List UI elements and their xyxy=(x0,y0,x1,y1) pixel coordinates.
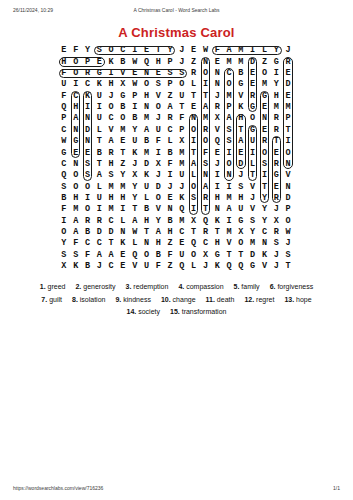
grid-cell-r17c19: R xyxy=(270,227,282,238)
grid-cell-r3c18: O xyxy=(259,68,271,79)
grid-cell-r16c14: K xyxy=(211,215,223,226)
grid-cell-r8c17: G xyxy=(247,124,259,135)
grid-cell-r15c2: M xyxy=(70,204,82,215)
grid-cell-r12c9: J xyxy=(152,170,164,181)
grid-cell-r12c1: Q xyxy=(58,170,70,181)
grid-cell-r8c8: A xyxy=(141,124,153,135)
grid-cell-r9c9: F xyxy=(152,136,164,147)
grid-cell-r1c8: E xyxy=(141,45,153,56)
grid-cell-r12c6: Y xyxy=(117,170,129,181)
grid-cell-r16c9: Y xyxy=(152,215,164,226)
grid-cell-r16c6: L xyxy=(117,215,129,226)
grid-cell-r8c9: U xyxy=(152,124,164,135)
grid-cell-r2c16: M xyxy=(235,56,247,67)
grid-cell-r13c17: V xyxy=(247,181,259,192)
grid-cell-r10c1: G xyxy=(58,147,70,158)
grid-cell-r6c15: P xyxy=(223,102,235,113)
grid-cell-r3c10: S xyxy=(164,68,176,79)
grid-cell-r1c5: O xyxy=(105,45,117,56)
grid-cell-r5c18: G xyxy=(259,90,271,101)
grid-cell-r1c13: W xyxy=(200,45,212,56)
grid-cell-r1c17: I xyxy=(247,45,259,56)
grid-cell-r8c3: D xyxy=(82,124,94,135)
grid-cell-r8c11: P xyxy=(176,124,188,135)
grid-cell-r9c19: T xyxy=(270,136,282,147)
grid-cell-r9c12: I xyxy=(188,136,200,147)
word-list-label: change xyxy=(173,296,196,303)
word-list-item-regret: 12. regret xyxy=(244,296,274,303)
grid-cell-r1c9: T xyxy=(152,45,164,56)
grid-cell-r5c11: U xyxy=(176,90,188,101)
grid-cell-r11c8: D xyxy=(141,158,153,169)
grid-cell-r11c14: J xyxy=(211,158,223,169)
word-list-item-redemption: 3. redemption xyxy=(126,283,169,290)
puzzle-title: A Christmas Carol xyxy=(0,25,353,40)
grid-cell-r13c6: M xyxy=(117,181,129,192)
grid-cell-r11c2: N xyxy=(70,158,82,169)
grid-cell-r4c19: Y xyxy=(270,79,282,90)
grid-cell-r15c17: V xyxy=(247,204,259,215)
grid-cell-r5c20: E xyxy=(282,90,294,101)
grid-cell-r7c20: P xyxy=(282,113,294,124)
grid-cell-r18c15: V xyxy=(223,238,235,249)
grid-cell-r13c14: I xyxy=(211,181,223,192)
grid-cell-r13c15: I xyxy=(223,181,235,192)
footer-page-number: 1/1 xyxy=(333,485,340,491)
grid-cell-r12c3: S xyxy=(82,170,94,181)
grid-cell-r1c7: I xyxy=(129,45,141,56)
grid-cell-r14c6: H xyxy=(117,192,129,203)
grid-cell-r11c18: S xyxy=(259,158,271,169)
grid-cell-r4c9: S xyxy=(152,79,164,90)
word-list-line: 7. guilt8. isolation9. kindness10. chang… xyxy=(0,296,353,303)
grid-cell-r18c17: M xyxy=(247,238,259,249)
grid-cell-r9c2: G xyxy=(70,136,82,147)
grid-cell-r13c7: Y xyxy=(129,181,141,192)
grid-cell-r3c11: S xyxy=(176,68,188,79)
grid-cell-r1c4: S xyxy=(93,45,105,56)
grid-cell-r16c19: X xyxy=(270,215,282,226)
grid-cell-r13c3: O xyxy=(82,181,94,192)
grid-cell-r2c11: J xyxy=(176,56,188,67)
grid-cell-r7c14: X xyxy=(211,113,223,124)
grid-cell-r17c13: R xyxy=(200,227,212,238)
word-list-number: 1. xyxy=(40,283,48,290)
grid-cell-r16c1: I xyxy=(58,215,70,226)
word-list-label: generosity xyxy=(83,283,115,290)
grid-cell-r9c15: S xyxy=(223,136,235,147)
grid-cell-r1c6: C xyxy=(117,45,129,56)
grid-cell-r1c11: J xyxy=(176,45,188,56)
grid-cell-r1c14: F xyxy=(211,45,223,56)
word-list-number: 7. xyxy=(41,296,49,303)
grid-cell-r2c15: M xyxy=(223,56,235,67)
grid-cell-r18c4: C xyxy=(93,238,105,249)
grid-cell-r7c8: M xyxy=(141,113,153,124)
grid-cell-r5c16: V xyxy=(235,90,247,101)
grid-cell-r12c13: N xyxy=(200,170,212,181)
grid-cell-r7c13: M xyxy=(200,113,212,124)
grid-cell-r7c11: F xyxy=(176,113,188,124)
grid-cell-r18c20: J xyxy=(282,238,294,249)
grid-cell-r20c2: K xyxy=(70,261,82,272)
grid-cell-r14c3: I xyxy=(82,192,94,203)
grid-cell-r5c2: C xyxy=(70,90,82,101)
grid-cell-r19c10: F xyxy=(164,249,176,260)
grid-cell-r14c14: H xyxy=(211,192,223,203)
grid-cell-r20c18: V xyxy=(259,261,271,272)
grid-cell-r8c16: T xyxy=(235,124,247,135)
grid-cell-r5c1: F xyxy=(58,90,70,101)
grid-cell-r7c2: A xyxy=(70,113,82,124)
grid-cell-r19c5: A xyxy=(105,249,117,260)
grid-cell-r10c7: K xyxy=(129,147,141,158)
grid-cell-r7c4: U xyxy=(93,113,105,124)
grid-cell-r6c11: T xyxy=(176,102,188,113)
grid-cell-r10c16: E xyxy=(235,147,247,158)
grid-cell-r12c8: K xyxy=(141,170,153,181)
grid-cell-r4c3: C xyxy=(82,79,94,90)
grid-cell-r16c2: A xyxy=(70,215,82,226)
grid-cell-r1c19: Y xyxy=(270,45,282,56)
grid-cell-r9c14: Q xyxy=(211,136,223,147)
grid-cell-r8c12: O xyxy=(188,124,200,135)
grid-cell-r15c7: T xyxy=(129,204,141,215)
grid-cell-r6c12: E xyxy=(188,102,200,113)
grid-cell-r18c1: Y xyxy=(58,238,70,249)
grid-cell-r5c5: J xyxy=(105,90,117,101)
grid-cell-r20c8: U xyxy=(141,261,153,272)
grid-cell-r1c12: E xyxy=(188,45,200,56)
grid-cell-r12c17: T xyxy=(247,170,259,181)
grid-cell-r7c3: N xyxy=(82,113,94,124)
grid-cell-r3c13: O xyxy=(200,68,212,79)
grid-cell-r17c7: W xyxy=(129,227,141,238)
grid-cell-r15c8: B xyxy=(141,204,153,215)
grid-cell-r17c17: Y xyxy=(247,227,259,238)
grid-cell-r15c9: V xyxy=(152,204,164,215)
grid-cell-r16c7: A xyxy=(129,215,141,226)
grid-cell-r3c4: G xyxy=(93,68,105,79)
grid-cell-r10c17: I xyxy=(247,147,259,158)
word-list-label: forgiveness xyxy=(277,283,313,290)
word-list-number: 13. xyxy=(284,296,296,303)
grid-cell-r12c10: I xyxy=(164,170,176,181)
grid-cell-r18c3: C xyxy=(82,238,94,249)
grid-cell-r17c4: D xyxy=(93,227,105,238)
grid-cell-r6c18: E xyxy=(259,102,271,113)
grid-cell-r1c20: J xyxy=(282,45,294,56)
grid-cell-r17c14: T xyxy=(211,227,223,238)
grid-cell-r20c12: L xyxy=(188,261,200,272)
word-list-label: family xyxy=(241,283,259,290)
grid-cell-r11c15: O xyxy=(223,158,235,169)
grid-cell-r13c13: A xyxy=(200,181,212,192)
grid-cell-r9c1: W xyxy=(58,136,70,147)
grid-cell-r19c1: S xyxy=(58,249,70,260)
grid-cell-r10c10: B xyxy=(164,147,176,158)
grid-cell-r11c1: C xyxy=(58,158,70,169)
grid-cell-r17c1: O xyxy=(58,227,70,238)
grid-cell-r16c8: H xyxy=(141,215,153,226)
grid-cell-r7c18: N xyxy=(259,113,271,124)
letter-grid: EFYSOCIETYJEWFAMILYJHOPEKBWQHPJZNEMMDZGR… xyxy=(58,45,295,272)
grid-cell-r16c17: S xyxy=(247,215,259,226)
grid-cell-r8c10: C xyxy=(164,124,176,135)
grid-cell-r6c19: M xyxy=(270,102,282,113)
grid-cell-r10c20: O xyxy=(282,147,294,158)
grid-cell-r4c16: G xyxy=(235,79,247,90)
grid-cell-r7c6: O xyxy=(117,113,129,124)
grid-cell-r8c7: Y xyxy=(129,124,141,135)
grid-cell-r13c8: U xyxy=(141,181,153,192)
word-list-label: society xyxy=(138,308,160,315)
grid-cell-r2c5: K xyxy=(105,56,117,67)
header-document-title: A Christmas Carol - Word Search Labs xyxy=(0,7,353,13)
grid-cell-r20c4: J xyxy=(93,261,105,272)
grid-cell-r3c7: E xyxy=(129,68,141,79)
word-list-item-greed: 1. greed xyxy=(40,283,66,290)
grid-cell-r17c6: N xyxy=(117,227,129,238)
grid-cell-r18c10: Z xyxy=(164,238,176,249)
grid-cell-r10c4: B xyxy=(93,147,105,158)
grid-cell-r3c9: E xyxy=(152,68,164,79)
grid-cell-r2c7: W xyxy=(129,56,141,67)
grid-cell-r16c20: O xyxy=(282,215,294,226)
grid-cell-r18c2: F xyxy=(70,238,82,249)
grid-cell-r11c7: J xyxy=(129,158,141,169)
grid-cell-r6c13: A xyxy=(200,102,212,113)
grid-cell-r7c7: B xyxy=(129,113,141,124)
grid-cell-r2c6: B xyxy=(117,56,129,67)
grid-cell-r15c6: I xyxy=(117,204,129,215)
grid-cell-r2c19: G xyxy=(270,56,282,67)
grid-cell-r17c5: D xyxy=(105,227,117,238)
grid-cell-r14c16: H xyxy=(235,192,247,203)
grid-cell-r6c6: B xyxy=(117,102,129,113)
grid-cell-r19c4: A xyxy=(93,249,105,260)
grid-cell-r13c1: S xyxy=(58,181,70,192)
word-list-label: isolation xyxy=(80,296,106,303)
grid-cell-r2c9: H xyxy=(152,56,164,67)
grid-cell-r20c10: Z xyxy=(164,261,176,272)
grid-cell-r5c17: R xyxy=(247,90,259,101)
grid-cell-r6c5: O xyxy=(105,102,117,113)
grid-cell-r15c13: T xyxy=(200,204,212,215)
grid-cell-r3c8: N xyxy=(141,68,153,79)
grid-cell-r5c9: V xyxy=(152,90,164,101)
grid-cell-r17c11: C xyxy=(176,227,188,238)
grid-cell-r8c13: R xyxy=(200,124,212,135)
grid-cell-r9c4: T xyxy=(93,136,105,147)
grid-cell-r3c12: R xyxy=(188,68,200,79)
grid-cell-r12c5: S xyxy=(105,170,117,181)
grid-cell-r20c16: Q xyxy=(235,261,247,272)
grid-cell-r8c4: L xyxy=(93,124,105,135)
grid-cell-r19c9: B xyxy=(152,249,164,260)
word-list-item-society: 14. society xyxy=(127,308,160,315)
grid-cell-r10c3: E xyxy=(82,147,94,158)
grid-cell-r4c15: O xyxy=(223,79,235,90)
grid-cell-r18c19: S xyxy=(270,238,282,249)
grid-cell-r10c12: T xyxy=(188,147,200,158)
word-list-item-isolation: 8. isolation xyxy=(72,296,105,303)
grid-cell-r18c13: C xyxy=(200,238,212,249)
grid-cell-r7c15: A xyxy=(223,113,235,124)
grid-cell-r11c20: N xyxy=(282,158,294,169)
grid-cell-r9c7: U xyxy=(129,136,141,147)
grid-cell-r3c5: I xyxy=(105,68,117,79)
grid-cell-r14c8: L xyxy=(141,192,153,203)
grid-cell-r6c10: A xyxy=(164,102,176,113)
grid-cell-r1c1: E xyxy=(58,45,70,56)
grid-cell-r17c15: M xyxy=(223,227,235,238)
grid-cell-r6c16: K xyxy=(235,102,247,113)
word-list-label: redemption xyxy=(133,283,168,290)
grid-cell-r16c16: G xyxy=(235,215,247,226)
word-list-label: transformation xyxy=(182,308,227,315)
grid-cell-r20c3: B xyxy=(82,261,94,272)
grid-cell-r16c3: R xyxy=(82,215,94,226)
grid-cell-r19c16: T xyxy=(235,249,247,260)
grid-cell-r10c9: I xyxy=(152,147,164,158)
grid-cell-r20c15: Q xyxy=(223,261,235,272)
grid-cell-r3c2: O xyxy=(70,68,82,79)
grid-cell-r5c4: U xyxy=(93,90,105,101)
grid-cell-r2c13: N xyxy=(200,56,212,67)
grid-cell-r8c2: N xyxy=(70,124,82,135)
grid-cell-r8c20: T xyxy=(282,124,294,135)
word-search-page: 26/11/2024, 10:29 A Christmas Carol - Wo… xyxy=(0,0,353,500)
grid-cell-r20c7: V xyxy=(129,261,141,272)
grid-cell-r7c16: H xyxy=(235,113,247,124)
grid-cell-r4c6: X xyxy=(117,79,129,90)
word-list-item-forgiveness: 6. forgiveness xyxy=(270,283,314,290)
grid-cell-r15c14: N xyxy=(211,204,223,215)
word-list-item-change: 10. change xyxy=(161,296,196,303)
grid-cell-r2c1: H xyxy=(58,56,70,67)
grid-cell-r10c14: E xyxy=(211,147,223,158)
grid-cell-r14c5: H xyxy=(105,192,117,203)
grid-cell-r12c7: X xyxy=(129,170,141,181)
word-list-number: 15. xyxy=(170,308,182,315)
grid-cell-r3c1: F xyxy=(58,68,70,79)
grid-cell-r6c9: O xyxy=(152,102,164,113)
grid-cell-r13c10: J xyxy=(164,181,176,192)
word-list-label: guilt xyxy=(49,296,62,303)
grid-cell-r8c6: M xyxy=(117,124,129,135)
grid-cell-r13c19: E xyxy=(270,181,282,192)
grid-cell-r12c18: I xyxy=(259,170,271,181)
grid-cell-r5c7: P xyxy=(129,90,141,101)
grid-cell-r8c18: E xyxy=(259,124,271,135)
grid-cell-r6c7: I xyxy=(129,102,141,113)
word-search-grid-area: EFYSOCIETYJEWFAMILYJHOPEKBWQHPJZNEMMDZGR… xyxy=(58,45,295,272)
word-list-number: 11. xyxy=(206,296,217,303)
grid-cell-r8c14: V xyxy=(211,124,223,135)
grid-cell-r11c12: A xyxy=(188,158,200,169)
grid-cell-r10c18: O xyxy=(259,147,271,158)
grid-cell-r18c18: N xyxy=(259,238,271,249)
grid-cell-r14c18: Y xyxy=(259,192,271,203)
grid-cell-r1c16: M xyxy=(235,45,247,56)
word-list-item-family: 5. family xyxy=(234,283,260,290)
grid-cell-r2c18: Z xyxy=(259,56,271,67)
grid-cell-r14c19: R xyxy=(270,192,282,203)
grid-cell-r8c1: C xyxy=(58,124,70,135)
grid-cell-r14c20: D xyxy=(282,192,294,203)
grid-cell-r4c2: I xyxy=(70,79,82,90)
grid-cell-r14c13: R xyxy=(200,192,212,203)
grid-cell-r13c16: S xyxy=(235,181,247,192)
grid-cell-r11c19: R xyxy=(270,158,282,169)
grid-cell-r18c16: O xyxy=(235,238,247,249)
grid-cell-r14c15: M xyxy=(223,192,235,203)
grid-cell-r4c12: L xyxy=(188,79,200,90)
grid-cell-r4c18: M xyxy=(259,79,271,90)
grid-cell-r19c7: Q xyxy=(129,249,141,260)
grid-cell-r12c11: U xyxy=(176,170,188,181)
grid-cell-r4c11: O xyxy=(176,79,188,90)
grid-cell-r5c15: M xyxy=(223,90,235,101)
grid-cell-r16c18: Y xyxy=(259,215,271,226)
grid-cell-r3c20: E xyxy=(282,68,294,79)
grid-cell-r4c8: O xyxy=(141,79,153,90)
grid-cell-r19c2: S xyxy=(70,249,82,260)
grid-cell-r12c14: I xyxy=(211,170,223,181)
grid-cell-r7c1: P xyxy=(58,113,70,124)
grid-cell-r19c19: J xyxy=(270,249,282,260)
grid-cell-r9c6: E xyxy=(117,136,129,147)
grid-cell-r17c8: T xyxy=(141,227,153,238)
grid-cell-r17c16: X xyxy=(235,227,247,238)
grid-cell-r15c20: P xyxy=(282,204,294,215)
grid-cell-r5c13: T xyxy=(200,90,212,101)
grid-cell-r13c9: D xyxy=(152,181,164,192)
word-list-number: 14. xyxy=(127,308,139,315)
word-list-label: regret xyxy=(256,296,274,303)
grid-cell-r3c15: C xyxy=(223,68,235,79)
grid-cell-r3c14: N xyxy=(211,68,223,79)
word-list-item-transformation: 15. transformation xyxy=(170,308,226,315)
grid-cell-r11c9: X xyxy=(152,158,164,169)
grid-cell-r12c19: G xyxy=(270,170,282,181)
grid-cell-r2c10: P xyxy=(164,56,176,67)
grid-cell-r2c4: E xyxy=(93,56,105,67)
grid-cell-r10c2: E xyxy=(70,147,82,158)
grid-cell-r11c16: D xyxy=(235,158,247,169)
grid-cell-r4c14: N xyxy=(211,79,223,90)
grid-cell-r13c4: L xyxy=(93,181,105,192)
grid-cell-r2c20: R xyxy=(282,56,294,67)
grid-cell-r5c14: J xyxy=(211,90,223,101)
grid-cell-r1c3: Y xyxy=(82,45,94,56)
grid-cell-r16c5: C xyxy=(105,215,117,226)
grid-cell-r2c17: D xyxy=(247,56,259,67)
grid-cell-r4c5: H xyxy=(105,79,117,90)
grid-cell-r9c11: X xyxy=(176,136,188,147)
word-list-label: death xyxy=(217,296,235,303)
grid-cell-r20c20: T xyxy=(282,261,294,272)
grid-cell-r17c12: T xyxy=(188,227,200,238)
grid-cell-r3c17: E xyxy=(247,68,259,79)
grid-cell-r19c17: D xyxy=(247,249,259,260)
grid-cell-r3c6: V xyxy=(117,68,129,79)
grid-cell-r6c2: H xyxy=(70,102,82,113)
grid-cell-r14c10: E xyxy=(164,192,176,203)
grid-cell-r18c14: H xyxy=(211,238,223,249)
grid-cell-r6c20: M xyxy=(282,102,294,113)
